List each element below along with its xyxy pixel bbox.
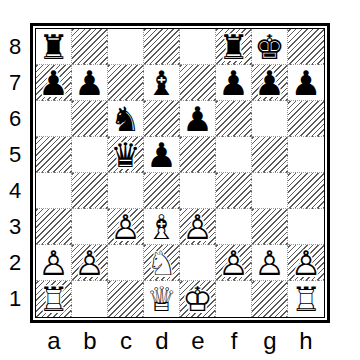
piece-glyph: ♚ <box>252 29 287 65</box>
piece-white-pawn: ♟♙ <box>36 245 71 281</box>
file-label-g: g <box>252 326 288 356</box>
square-e3[interactable]: ♟♙ <box>180 209 216 245</box>
piece-glyph: ♙ <box>216 245 251 281</box>
piece-glyph: ♖ <box>288 281 324 317</box>
piece-glyph: ♟ <box>216 65 251 101</box>
square-f4[interactable] <box>216 173 252 209</box>
piece-glyph: ♞ <box>108 101 143 137</box>
square-c1[interactable] <box>108 281 144 317</box>
rank-label-4: 4 <box>2 173 28 209</box>
piece-black-bishop: ♝♝ <box>144 65 179 101</box>
square-g8[interactable]: ♚♚ <box>252 29 288 65</box>
square-c3[interactable]: ♟♙ <box>108 209 144 245</box>
square-h1[interactable]: ♜♖ <box>288 281 324 317</box>
square-h3[interactable] <box>288 209 324 245</box>
rank-label-1: 1 <box>2 281 28 317</box>
square-e5[interactable] <box>180 137 216 173</box>
square-d2[interactable]: ♞♘ <box>144 245 180 281</box>
square-g5[interactable] <box>252 137 288 173</box>
square-c2[interactable] <box>108 245 144 281</box>
piece-glyph: ♝ <box>144 65 179 101</box>
piece-white-knight: ♞♘ <box>144 245 179 281</box>
piece-glyph: ♟ <box>252 65 287 101</box>
square-d7[interactable]: ♝♝ <box>144 65 180 101</box>
file-label-d: d <box>144 326 180 356</box>
square-a7[interactable]: ♟♟ <box>36 65 72 101</box>
piece-black-knight: ♞♞ <box>108 101 143 137</box>
rank-label-7: 7 <box>2 65 28 101</box>
rank-label-2: 2 <box>2 245 28 281</box>
square-b1[interactable] <box>72 281 108 317</box>
square-e7[interactable] <box>180 65 216 101</box>
square-h2[interactable]: ♟♙ <box>288 245 324 281</box>
piece-black-pawn: ♟♟ <box>144 137 179 173</box>
square-d6[interactable] <box>144 101 180 137</box>
file-label-e: e <box>180 326 216 356</box>
piece-white-queen: ♛♕ <box>144 281 179 317</box>
piece-glyph: ♟ <box>36 65 71 101</box>
square-g2[interactable]: ♟♙ <box>252 245 288 281</box>
square-d3[interactable]: ♝♗ <box>144 209 180 245</box>
file-labels: abcdefgh <box>36 326 324 356</box>
piece-white-pawn: ♟♙ <box>72 245 107 281</box>
piece-glyph: ♙ <box>288 245 324 281</box>
square-f1[interactable] <box>216 281 252 317</box>
piece-white-pawn: ♟♙ <box>252 245 287 281</box>
square-c6[interactable]: ♞♞ <box>108 101 144 137</box>
piece-glyph: ♙ <box>36 245 71 281</box>
piece-black-pawn: ♟♟ <box>252 65 287 101</box>
piece-glyph: ♟ <box>180 101 215 137</box>
chess-board-frame: ♜♜♜♜♚♚♟♟♟♟♝♝♟♟♟♟♟♟♞♞♟♟♛♛♟♟♟♙♝♗♟♙♟♙♟♙♞♘♟♙… <box>30 23 330 323</box>
square-e1[interactable]: ♚♔ <box>180 281 216 317</box>
square-d5[interactable]: ♟♟ <box>144 137 180 173</box>
square-g4[interactable] <box>252 173 288 209</box>
piece-glyph: ♙ <box>180 209 215 245</box>
square-f2[interactable]: ♟♙ <box>216 245 252 281</box>
square-g7[interactable]: ♟♟ <box>252 65 288 101</box>
chess-diagram-page: 87654321 ♜♜♜♜♚♚♟♟♟♟♝♝♟♟♟♟♟♟♞♞♟♟♛♛♟♟♟♙♝♗♟… <box>0 0 360 360</box>
square-f7[interactable]: ♟♟ <box>216 65 252 101</box>
piece-glyph: ♘ <box>144 245 179 281</box>
piece-black-pawn: ♟♟ <box>288 65 324 101</box>
square-a8[interactable]: ♜♜ <box>36 29 72 65</box>
square-f3[interactable] <box>216 209 252 245</box>
chess-board: ♜♜♜♜♚♚♟♟♟♟♝♝♟♟♟♟♟♟♞♞♟♟♛♛♟♟♟♙♝♗♟♙♟♙♟♙♞♘♟♙… <box>35 28 325 318</box>
square-f5[interactable] <box>216 137 252 173</box>
rank-labels: 87654321 <box>2 29 28 317</box>
square-e6[interactable]: ♟♟ <box>180 101 216 137</box>
piece-glyph: ♟ <box>72 65 107 101</box>
piece-white-pawn: ♟♙ <box>288 245 324 281</box>
square-d1[interactable]: ♛♕ <box>144 281 180 317</box>
rank-label-3: 3 <box>2 209 28 245</box>
piece-white-rook: ♜♖ <box>288 281 324 317</box>
piece-glyph: ♙ <box>108 209 143 245</box>
piece-glyph: ♜ <box>36 29 71 65</box>
square-c8[interactable] <box>108 29 144 65</box>
piece-black-rook: ♜♜ <box>36 29 71 65</box>
square-d4[interactable] <box>144 173 180 209</box>
piece-black-pawn: ♟♟ <box>180 101 215 137</box>
square-h5[interactable] <box>288 137 324 173</box>
board-grid: ♜♜♜♜♚♚♟♟♟♟♝♝♟♟♟♟♟♟♞♞♟♟♛♛♟♟♟♙♝♗♟♙♟♙♟♙♞♘♟♙… <box>36 29 324 317</box>
square-b4[interactable] <box>72 173 108 209</box>
piece-glyph: ♔ <box>180 281 215 317</box>
square-a2[interactable]: ♟♙ <box>36 245 72 281</box>
square-h7[interactable]: ♟♟ <box>288 65 324 101</box>
square-e8[interactable] <box>180 29 216 65</box>
piece-black-king: ♚♚ <box>252 29 287 65</box>
file-label-b: b <box>72 326 108 356</box>
square-b8[interactable] <box>72 29 108 65</box>
square-c5[interactable]: ♛♛ <box>108 137 144 173</box>
piece-glyph: ♙ <box>72 245 107 281</box>
square-f8[interactable]: ♜♜ <box>216 29 252 65</box>
file-label-c: c <box>108 326 144 356</box>
piece-glyph: ♟ <box>144 137 179 173</box>
square-h6[interactable] <box>288 101 324 137</box>
piece-black-pawn: ♟♟ <box>216 65 251 101</box>
square-f6[interactable] <box>216 101 252 137</box>
square-b7[interactable]: ♟♟ <box>72 65 108 101</box>
file-label-h: h <box>288 326 324 356</box>
piece-glyph: ♜ <box>216 29 251 65</box>
rank-label-6: 6 <box>2 101 28 137</box>
piece-glyph: ♟ <box>288 65 324 101</box>
square-g3[interactable] <box>252 209 288 245</box>
piece-glyph: ♛ <box>108 137 143 173</box>
square-c4[interactable] <box>108 173 144 209</box>
piece-black-queen: ♛♛ <box>108 137 143 173</box>
square-c7[interactable] <box>108 65 144 101</box>
file-label-a: a <box>36 326 72 356</box>
piece-white-pawn: ♟♙ <box>180 209 215 245</box>
piece-white-bishop: ♝♗ <box>144 209 179 245</box>
piece-black-pawn: ♟♟ <box>72 65 107 101</box>
piece-white-pawn: ♟♙ <box>216 245 251 281</box>
square-h4[interactable] <box>288 173 324 209</box>
piece-black-pawn: ♟♟ <box>36 65 71 101</box>
rank-label-8: 8 <box>2 29 28 65</box>
square-a4[interactable] <box>36 173 72 209</box>
piece-glyph: ♕ <box>144 281 179 317</box>
piece-glyph: ♗ <box>144 209 179 245</box>
piece-white-pawn: ♟♙ <box>108 209 143 245</box>
rank-label-5: 5 <box>2 137 28 173</box>
square-d8[interactable] <box>144 29 180 65</box>
piece-white-rook: ♜♖ <box>36 281 71 317</box>
square-e4[interactable] <box>180 173 216 209</box>
piece-black-rook: ♜♜ <box>216 29 251 65</box>
square-b5[interactable] <box>72 137 108 173</box>
piece-white-king: ♚♔ <box>180 281 215 317</box>
square-g6[interactable] <box>252 101 288 137</box>
square-a1[interactable]: ♜♖ <box>36 281 72 317</box>
square-b2[interactable]: ♟♙ <box>72 245 108 281</box>
square-a5[interactable] <box>36 137 72 173</box>
piece-glyph: ♙ <box>252 245 287 281</box>
square-e2[interactable] <box>180 245 216 281</box>
square-b3[interactable] <box>72 209 108 245</box>
square-a3[interactable] <box>36 209 72 245</box>
square-h8[interactable] <box>288 29 324 65</box>
piece-glyph: ♖ <box>36 281 71 317</box>
square-g1[interactable] <box>252 281 288 317</box>
square-a6[interactable] <box>36 101 72 137</box>
file-label-f: f <box>216 326 252 356</box>
square-b6[interactable] <box>72 101 108 137</box>
